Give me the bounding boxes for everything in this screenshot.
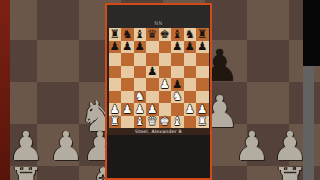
piece-white-king-e1: ♚ (160, 116, 170, 128)
square-b7[interactable]: ♟ (121, 41, 134, 54)
square-c6[interactable] (134, 53, 147, 66)
square-e7[interactable] (159, 41, 172, 54)
square-h1[interactable]: ♜ (196, 116, 209, 129)
square-a6[interactable] (109, 53, 122, 66)
square-d8[interactable]: ♛ (146, 28, 159, 41)
square-e6[interactable] (159, 53, 172, 66)
square-c7[interactable]: ♟ (134, 41, 147, 54)
piece-black-pawn-a7: ♟ (110, 41, 120, 53)
square-b1[interactable] (121, 116, 134, 129)
square-d4[interactable] (146, 78, 159, 91)
square-d1[interactable]: ♛ (146, 116, 159, 129)
square-b6[interactable] (121, 53, 134, 66)
square-h7[interactable]: ♟ (196, 41, 209, 54)
left-red-strip (0, 0, 10, 180)
square-d5[interactable]: ♟ (146, 66, 159, 79)
square-a4[interactable] (109, 78, 122, 91)
player-bottom-name: Steel, Alexander B (135, 129, 182, 134)
right-black-panel (303, 0, 320, 66)
shorts-frame: ♞♟♟♟♜♝♟♟♟♟♜ NN ♜♞♝♛♚♝♞♜♟♟♟♟♟♟♟♟♟♞♞♟♟♟♟♟♟… (0, 0, 320, 180)
card-footer: Steel, Alexander B (107, 128, 210, 135)
square-b4[interactable] (121, 78, 134, 91)
chess-board[interactable]: ♜♞♝♛♚♝♞♜♟♟♟♟♟♟♟♟♟♞♞♟♟♟♟♟♟♜♝♛♚♝♜ (109, 28, 209, 128)
square-h4[interactable] (196, 78, 209, 91)
square-h6[interactable] (196, 53, 209, 66)
piece-white-rook-a1: ♜ (110, 116, 120, 128)
square-a1[interactable]: ♜ (109, 116, 122, 129)
card-lower-area (107, 135, 210, 178)
piece-white-knight-f3: ♞ (172, 91, 182, 103)
piece-black-pawn-g7: ♟ (185, 41, 195, 53)
piece-white-pawn-b2: ♟ (122, 104, 132, 116)
square-e3[interactable] (159, 91, 172, 104)
square-g7[interactable]: ♟ (184, 41, 197, 54)
piece-black-pawn-f7: ♟ (172, 41, 182, 53)
square-c1[interactable]: ♝ (134, 116, 147, 129)
piece-black-queen-d8: ♛ (147, 29, 157, 41)
square-g2[interactable]: ♟ (184, 103, 197, 116)
square-c5[interactable] (134, 66, 147, 79)
piece-black-pawn-h7: ♟ (197, 41, 207, 53)
square-f1[interactable]: ♝ (171, 116, 184, 129)
piece-white-pawn-e4: ♟ (160, 79, 170, 91)
square-g6[interactable] (184, 53, 197, 66)
square-g5[interactable] (184, 66, 197, 79)
square-a5[interactable] (109, 66, 122, 79)
square-e1[interactable]: ♚ (159, 116, 172, 129)
square-f6[interactable] (171, 53, 184, 66)
square-e8[interactable]: ♚ (159, 28, 172, 41)
piece-white-bishop-f1: ♝ (172, 116, 182, 128)
piece-white-pawn-g2: ♟ (185, 104, 195, 116)
piece-black-pawn-c7: ♟ (135, 41, 145, 53)
square-b5[interactable] (121, 66, 134, 79)
right-gray-strip (303, 66, 314, 180)
square-a7[interactable]: ♟ (109, 41, 122, 54)
chess-card: NN ♜♞♝♛♚♝♞♜♟♟♟♟♟♟♟♟♟♞♞♟♟♟♟♟♟♜♝♛♚♝♜ Steel… (105, 3, 212, 180)
square-g1[interactable] (184, 116, 197, 129)
piece-black-pawn-b7: ♟ (122, 41, 132, 53)
square-d7[interactable] (146, 41, 159, 54)
piece-white-bishop-c1: ♝ (135, 116, 145, 128)
square-f7[interactable]: ♟ (171, 41, 184, 54)
piece-black-king-e8: ♚ (160, 29, 170, 41)
piece-black-pawn-d5: ♟ (147, 66, 157, 78)
piece-white-rook-h1: ♜ (197, 116, 207, 128)
card-header: NN (107, 5, 210, 28)
square-b2[interactable]: ♟ (121, 103, 134, 116)
piece-white-queen-d1: ♛ (147, 116, 157, 128)
piece-white-knight-c3: ♞ (135, 91, 145, 103)
square-f3[interactable]: ♞ (171, 91, 184, 104)
square-g4[interactable] (184, 78, 197, 91)
square-h5[interactable] (196, 66, 209, 79)
square-e4[interactable]: ♟ (159, 78, 172, 91)
